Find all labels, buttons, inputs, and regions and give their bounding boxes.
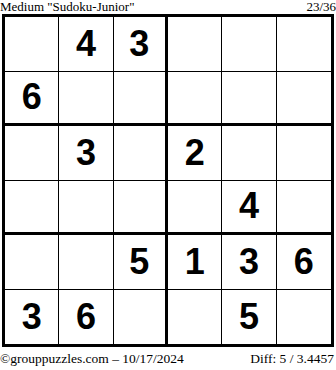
cell-r5c2[interactable] <box>59 235 113 290</box>
cell-r4c1[interactable] <box>5 181 59 236</box>
sudoku-board: 4363245136365 <box>2 14 334 347</box>
copyright-text: ©grouppuzzles.com – 10/17/2024 <box>0 352 184 366</box>
cell-r4c6[interactable] <box>277 181 331 236</box>
cell-r1c1[interactable] <box>5 17 59 72</box>
cell-r1c6[interactable] <box>277 17 331 72</box>
cell-r6c6[interactable] <box>277 290 331 345</box>
cell-r3c3[interactable] <box>114 126 168 181</box>
cell-r1c4[interactable] <box>168 17 222 72</box>
puzzle-counter: 23/36 <box>306 0 336 13</box>
difficulty-text: Diff: 5 / 3.4457 <box>250 352 334 366</box>
cell-r2c2[interactable] <box>59 72 113 127</box>
footer: ©grouppuzzles.com – 10/17/2024 Diff: 5 /… <box>0 347 336 370</box>
cell-r6c3[interactable] <box>114 290 168 345</box>
header: Medium "Sudoku-Junior" 23/36 <box>0 0 336 14</box>
cell-r3c2[interactable]: 3 <box>59 126 113 181</box>
cell-r2c3[interactable] <box>114 72 168 127</box>
cell-r6c5[interactable]: 5 <box>222 290 276 345</box>
cell-r4c2[interactable] <box>59 181 113 236</box>
cell-r3c4[interactable]: 2 <box>168 126 222 181</box>
cell-r2c4[interactable] <box>168 72 222 127</box>
cell-r3c5[interactable] <box>222 126 276 181</box>
cell-r2c1[interactable]: 6 <box>5 72 59 127</box>
cell-r5c4[interactable]: 1 <box>168 235 222 290</box>
cell-r2c5[interactable] <box>222 72 276 127</box>
cell-r3c6[interactable] <box>277 126 331 181</box>
cell-r2c6[interactable] <box>277 72 331 127</box>
puzzle-title: Medium "Sudoku-Junior" <box>0 0 134 13</box>
cell-r1c2[interactable]: 4 <box>59 17 113 72</box>
cell-r4c4[interactable] <box>168 181 222 236</box>
cell-r4c5[interactable]: 4 <box>222 181 276 236</box>
cell-r6c4[interactable] <box>168 290 222 345</box>
cell-r6c2[interactable]: 6 <box>59 290 113 345</box>
cell-r1c5[interactable] <box>222 17 276 72</box>
cell-r5c1[interactable] <box>5 235 59 290</box>
cell-r5c3[interactable]: 5 <box>114 235 168 290</box>
cell-r3c1[interactable] <box>5 126 59 181</box>
cell-r1c3[interactable]: 3 <box>114 17 168 72</box>
cell-r4c3[interactable] <box>114 181 168 236</box>
cell-r5c6[interactable]: 6 <box>277 235 331 290</box>
cell-r5c5[interactable]: 3 <box>222 235 276 290</box>
cell-r6c1[interactable]: 3 <box>5 290 59 345</box>
puzzle-page: Medium "Sudoku-Junior" 23/36 43632451363… <box>0 0 336 370</box>
